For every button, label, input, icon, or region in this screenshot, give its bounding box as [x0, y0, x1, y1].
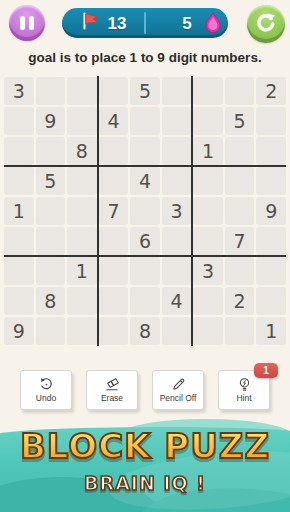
box-line-horizontal-1 — [4, 165, 286, 167]
pause-icon — [20, 16, 34, 30]
top-bar: 13 5 — [0, 4, 290, 42]
refresh-icon — [255, 11, 277, 37]
sudoku-cell[interactable] — [99, 287, 129, 315]
sudoku-cell[interactable] — [193, 317, 223, 345]
toolbar: Undo Erase Pencil Off Hint 1 — [0, 370, 290, 410]
hint-bulb-icon — [237, 377, 252, 392]
hint-label: Hint — [236, 394, 251, 403]
sudoku-cell[interactable]: 1 — [4, 197, 34, 225]
erase-button[interactable]: Erase — [86, 370, 138, 410]
sudoku-cell[interactable]: 2 — [225, 287, 255, 315]
sudoku-cell[interactable] — [162, 317, 192, 345]
sudoku-cell[interactable]: 9 — [256, 197, 286, 225]
sudoku-cell[interactable] — [256, 227, 286, 255]
pencil-icon — [171, 377, 186, 392]
sudoku-cell[interactable] — [256, 287, 286, 315]
sudoku-cell[interactable]: 9 — [4, 317, 34, 345]
sudoku-cell[interactable]: 3 — [162, 197, 192, 225]
sudoku-cell[interactable] — [4, 227, 34, 255]
sudoku-cell[interactable] — [4, 107, 34, 135]
sudoku-cell[interactable] — [99, 77, 129, 105]
sudoku-cell[interactable]: 5 — [225, 107, 255, 135]
sudoku-cell[interactable] — [225, 317, 255, 345]
sudoku-cell[interactable] — [36, 317, 66, 345]
sudoku-cell[interactable] — [36, 137, 66, 165]
gem-counter: 5 — [146, 8, 228, 38]
sudoku-cell[interactable] — [162, 167, 192, 195]
sudoku-cell[interactable] — [67, 317, 97, 345]
restart-button[interactable] — [247, 5, 285, 43]
sudoku-cell[interactable] — [193, 107, 223, 135]
sudoku-cell[interactable]: 3 — [4, 77, 34, 105]
sudoku-cell[interactable]: 8 — [67, 137, 97, 165]
sudoku-cell[interactable] — [162, 227, 192, 255]
sudoku-board: 352945815417396713842981 — [4, 77, 286, 345]
sudoku-cell[interactable] — [99, 227, 129, 255]
sudoku-cell[interactable]: 4 — [130, 167, 160, 195]
sudoku-cell[interactable] — [162, 77, 192, 105]
box-line-vertical-1 — [97, 76, 99, 346]
goal-text: goal is to place 1 to 9 digit numbers. — [0, 50, 290, 65]
sudoku-cell[interactable] — [162, 137, 192, 165]
gem-count: 5 — [182, 15, 191, 32]
sudoku-cell[interactable] — [193, 287, 223, 315]
sudoku-cell[interactable] — [225, 77, 255, 105]
sudoku-cell[interactable]: 8 — [36, 287, 66, 315]
sudoku-cell[interactable] — [67, 197, 97, 225]
sudoku-cell[interactable] — [4, 287, 34, 315]
sudoku-cell[interactable] — [193, 197, 223, 225]
sudoku-cell[interactable]: 6 — [130, 227, 160, 255]
box-line-horizontal-2 — [4, 255, 286, 257]
sudoku-cell[interactable] — [130, 257, 160, 285]
sudoku-cell[interactable] — [256, 257, 286, 285]
banner-subtitle: BRAIN IQ ! — [0, 472, 290, 494]
sudoku-cell[interactable] — [99, 317, 129, 345]
sudoku-cell[interactable] — [130, 137, 160, 165]
sudoku-cell[interactable]: 1 — [256, 317, 286, 345]
sudoku-cell[interactable] — [225, 197, 255, 225]
sudoku-cell[interactable]: 4 — [99, 107, 129, 135]
sudoku-cell[interactable] — [256, 137, 286, 165]
sudoku-cell[interactable]: 2 — [256, 77, 286, 105]
sudoku-cell[interactable] — [36, 197, 66, 225]
sudoku-cell[interactable] — [67, 227, 97, 255]
gem-icon — [201, 11, 225, 39]
sudoku-cell[interactable] — [99, 137, 129, 165]
pencil-toggle-button[interactable]: Pencil Off — [152, 370, 204, 410]
sudoku-cell[interactable] — [36, 227, 66, 255]
sudoku-cell[interactable]: 5 — [130, 77, 160, 105]
sudoku-cell[interactable]: 4 — [162, 287, 192, 315]
sudoku-cell[interactable]: 5 — [36, 167, 66, 195]
app: 13 5 goal is to pla — [0, 0, 290, 512]
sudoku-cell[interactable] — [4, 167, 34, 195]
eraser-icon — [105, 377, 120, 392]
sudoku-cell[interactable] — [4, 257, 34, 285]
box-line-vertical-2 — [191, 76, 193, 346]
sudoku-cell[interactable] — [193, 227, 223, 255]
sudoku-cell[interactable] — [67, 107, 97, 135]
sudoku-cell[interactable] — [36, 77, 66, 105]
undo-button[interactable]: Undo — [20, 370, 72, 410]
sudoku-cell[interactable] — [67, 167, 97, 195]
hint-badge: 1 — [254, 363, 278, 378]
sudoku-cell[interactable] — [130, 287, 160, 315]
undo-icon — [39, 377, 54, 392]
sudoku-cell[interactable] — [193, 167, 223, 195]
sudoku-cell[interactable] — [67, 287, 97, 315]
sudoku-cell[interactable]: 1 — [67, 257, 97, 285]
sudoku-cell[interactable] — [256, 107, 286, 135]
banner-title: BLOCK PUZZ — [0, 429, 290, 463]
sudoku-cell[interactable] — [4, 137, 34, 165]
sudoku-cell[interactable] — [36, 257, 66, 285]
sudoku-cell[interactable] — [162, 107, 192, 135]
sudoku-grid: 352945815417396713842981 — [4, 77, 286, 345]
sudoku-cell[interactable]: 8 — [130, 317, 160, 345]
sudoku-cell[interactable] — [225, 167, 255, 195]
sudoku-cell[interactable]: 1 — [193, 137, 223, 165]
stats-pill: 13 5 — [62, 8, 228, 38]
sudoku-cell[interactable] — [256, 167, 286, 195]
flag-counter: 13 — [62, 8, 144, 38]
sudoku-cell[interactable] — [130, 107, 160, 135]
sudoku-cell[interactable]: 7 — [99, 197, 129, 225]
hint-button[interactable]: Hint 1 — [218, 370, 270, 410]
undo-label: Undo — [36, 394, 56, 403]
erase-label: Erase — [101, 394, 123, 403]
pause-button[interactable] — [9, 5, 45, 41]
sudoku-cell[interactable] — [225, 137, 255, 165]
sudoku-cell[interactable]: 3 — [193, 257, 223, 285]
flag-count: 13 — [108, 15, 127, 32]
sudoku-cell[interactable] — [162, 257, 192, 285]
sudoku-cell[interactable] — [225, 257, 255, 285]
sudoku-cell[interactable] — [99, 167, 129, 195]
sudoku-cell[interactable] — [130, 197, 160, 225]
sudoku-cell[interactable]: 9 — [36, 107, 66, 135]
flag-icon — [80, 11, 100, 35]
sudoku-cell[interactable]: 7 — [225, 227, 255, 255]
sudoku-cell[interactable] — [99, 257, 129, 285]
sudoku-cell[interactable] — [67, 77, 97, 105]
ad-banner[interactable]: BLOCK PUZZ BRAIN IQ ! — [0, 420, 290, 512]
sudoku-cell[interactable] — [193, 77, 223, 105]
pencil-label: Pencil Off — [160, 394, 197, 403]
